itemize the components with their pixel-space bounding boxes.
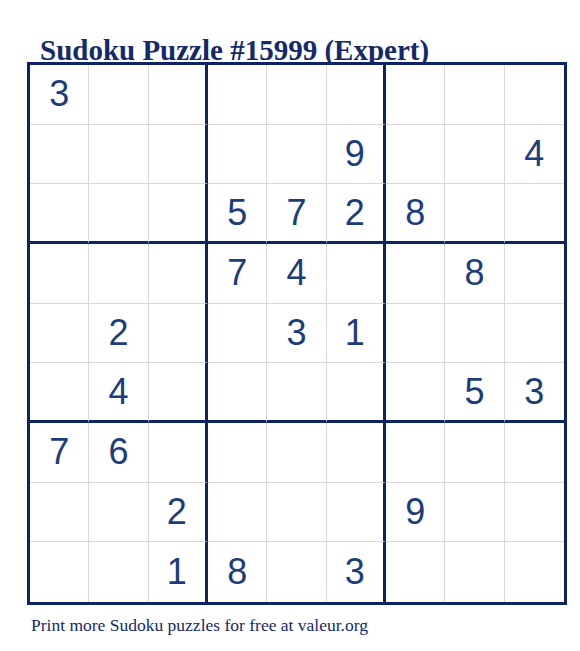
sudoku-cell-r3c7: 8 bbox=[386, 184, 445, 244]
sudoku-cell-r6c9: 3 bbox=[505, 363, 564, 423]
sudoku-cell-r6c5 bbox=[267, 363, 326, 423]
sudoku-cell-r9c9 bbox=[505, 542, 564, 602]
sudoku-cell-r2c3 bbox=[149, 125, 208, 185]
sudoku-cell-r4c5: 4 bbox=[267, 244, 326, 304]
sudoku-cell-r5c1 bbox=[30, 304, 89, 364]
sudoku-cell-r3c9 bbox=[505, 184, 564, 244]
sudoku-cell-r4c8: 8 bbox=[445, 244, 504, 304]
sudoku-cell-r5c4 bbox=[208, 304, 267, 364]
sudoku-cell-r6c8: 5 bbox=[445, 363, 504, 423]
sudoku-cell-r9c2 bbox=[89, 542, 148, 602]
sudoku-cell-r6c7 bbox=[386, 363, 445, 423]
sudoku-cell-r2c7 bbox=[386, 125, 445, 185]
sudoku-cell-r7c3 bbox=[149, 423, 208, 483]
sudoku-cell-r9c7 bbox=[386, 542, 445, 602]
sudoku-cell-r2c9: 4 bbox=[505, 125, 564, 185]
sudoku-cell-r9c6: 3 bbox=[327, 542, 386, 602]
sudoku-cell-r5c3 bbox=[149, 304, 208, 364]
sudoku-cell-r6c2: 4 bbox=[89, 363, 148, 423]
sudoku-cell-r2c6: 9 bbox=[327, 125, 386, 185]
sudoku-cell-r5c2: 2 bbox=[89, 304, 148, 364]
sudoku-cell-r1c6 bbox=[327, 65, 386, 125]
sudoku-cell-r8c2 bbox=[89, 483, 148, 543]
sudoku-cell-r5c9 bbox=[505, 304, 564, 364]
sudoku-cell-r4c4: 7 bbox=[208, 244, 267, 304]
sudoku-cell-r6c1 bbox=[30, 363, 89, 423]
sudoku-board: 39457287482314537629183 bbox=[27, 62, 567, 605]
sudoku-cell-r9c3: 1 bbox=[149, 542, 208, 602]
sudoku-cell-r1c5 bbox=[267, 65, 326, 125]
sudoku-cell-r8c7: 9 bbox=[386, 483, 445, 543]
sudoku-cell-r9c4: 8 bbox=[208, 542, 267, 602]
sudoku-cell-r3c6: 2 bbox=[327, 184, 386, 244]
sudoku-cell-r8c8 bbox=[445, 483, 504, 543]
sudoku-cell-r2c2 bbox=[89, 125, 148, 185]
sudoku-cell-r8c3: 2 bbox=[149, 483, 208, 543]
sudoku-cell-r7c6 bbox=[327, 423, 386, 483]
sudoku-cell-r5c8 bbox=[445, 304, 504, 364]
sudoku-cell-r2c5 bbox=[267, 125, 326, 185]
sudoku-cell-r5c6: 1 bbox=[327, 304, 386, 364]
sudoku-cell-r3c5: 7 bbox=[267, 184, 326, 244]
sudoku-cell-r3c4: 5 bbox=[208, 184, 267, 244]
sudoku-cell-r3c1 bbox=[30, 184, 89, 244]
footer-text: Print more Sudoku puzzles for free at va… bbox=[31, 615, 368, 636]
sudoku-cell-r4c3 bbox=[149, 244, 208, 304]
sudoku-cell-r5c5: 3 bbox=[267, 304, 326, 364]
sudoku-cell-r3c2 bbox=[89, 184, 148, 244]
sudoku-cell-r4c7 bbox=[386, 244, 445, 304]
sudoku-cell-r7c1: 7 bbox=[30, 423, 89, 483]
sudoku-cell-r8c5 bbox=[267, 483, 326, 543]
sudoku-cell-r3c8 bbox=[445, 184, 504, 244]
sudoku-cell-r8c6 bbox=[327, 483, 386, 543]
sudoku-cell-r1c4 bbox=[208, 65, 267, 125]
sudoku-cell-r1c1: 3 bbox=[30, 65, 89, 125]
sudoku-cell-r4c1 bbox=[30, 244, 89, 304]
sudoku-cell-r1c2 bbox=[89, 65, 148, 125]
sudoku-cell-r3c3 bbox=[149, 184, 208, 244]
sudoku-cell-r7c4 bbox=[208, 423, 267, 483]
sudoku-cell-r6c3 bbox=[149, 363, 208, 423]
sudoku-cell-r9c5 bbox=[267, 542, 326, 602]
sudoku-cell-r2c8 bbox=[445, 125, 504, 185]
sudoku-cell-r7c8 bbox=[445, 423, 504, 483]
sudoku-cell-r4c2 bbox=[89, 244, 148, 304]
sudoku-cell-r1c3 bbox=[149, 65, 208, 125]
sudoku-cell-r1c9 bbox=[505, 65, 564, 125]
sudoku-cell-r9c1 bbox=[30, 542, 89, 602]
sudoku-cell-r6c4 bbox=[208, 363, 267, 423]
sudoku-cell-r8c1 bbox=[30, 483, 89, 543]
sudoku-cell-r2c1 bbox=[30, 125, 89, 185]
sudoku-cell-r1c7 bbox=[386, 65, 445, 125]
sudoku-cell-r6c6 bbox=[327, 363, 386, 423]
sudoku-cell-r1c8 bbox=[445, 65, 504, 125]
sudoku-cell-r2c4 bbox=[208, 125, 267, 185]
sudoku-cell-r7c2: 6 bbox=[89, 423, 148, 483]
sudoku-cell-r8c9 bbox=[505, 483, 564, 543]
sudoku-cell-r4c6 bbox=[327, 244, 386, 304]
sudoku-cell-r7c7 bbox=[386, 423, 445, 483]
sudoku-cell-r4c9 bbox=[505, 244, 564, 304]
sudoku-cell-r9c8 bbox=[445, 542, 504, 602]
sudoku-cell-r8c4 bbox=[208, 483, 267, 543]
sudoku-cell-r7c9 bbox=[505, 423, 564, 483]
sudoku-cell-r7c5 bbox=[267, 423, 326, 483]
sudoku-cell-r5c7 bbox=[386, 304, 445, 364]
